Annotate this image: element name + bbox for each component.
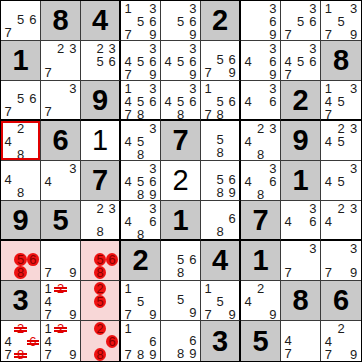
cell-r4c6[interactable]: 58 [201, 121, 241, 161]
candidate-grid: 567 [1, 81, 40, 119]
cell-r8c6[interactable]: 1579 [201, 281, 241, 321]
candidate-6: 6 [226, 212, 238, 225]
candidate-7: 7 [282, 266, 294, 279]
candidate-2: 2 [254, 282, 266, 295]
cell-r6c1[interactable]: 9 [1, 201, 41, 241]
candidate-1: 1 [122, 2, 134, 15]
cell-r5c7[interactable]: 3468 [241, 161, 281, 201]
candidate-7: 7 [2, 348, 14, 361]
candidate-9: 9 [147, 188, 159, 201]
candidate-grid: 2345 [321, 121, 361, 160]
candidate-7: 7 [202, 108, 214, 121]
cell-r3c4[interactable]: 1345678 [121, 81, 161, 121]
candidate-6: 6 [307, 15, 319, 28]
candidate-grid: 34568 [161, 81, 200, 119]
candidate-7: 7 [2, 26, 14, 39]
cell-r8c9[interactable]: 6 [321, 281, 361, 321]
candidate-8: 8 [134, 188, 146, 201]
candidate-grid: 34567 [281, 41, 320, 80]
candidate-grid: 345 [321, 161, 361, 200]
cell-r7c3[interactable]: 568 [81, 241, 121, 281]
candidate-1: 1 [202, 82, 214, 95]
candidate-7: 7 [322, 266, 335, 279]
candidate-grid: 48 [1, 161, 40, 200]
cell-r6c3[interactable]: 238 [81, 201, 121, 241]
candidate-4: 4 [322, 135, 335, 148]
candidate-8: 8 [14, 148, 26, 161]
candidate-grid: 16789 [121, 321, 160, 361]
candidate-9: 9 [347, 266, 360, 279]
candidate-9: 9 [147, 28, 159, 41]
cell-r5c8[interactable]: 1 [281, 161, 321, 201]
given-digit: 2 [201, 1, 239, 40]
candidate-4: 4 [242, 295, 254, 308]
candidate-6: 6 [187, 95, 199, 108]
candidate-6: 6 [27, 335, 39, 348]
candidate-grid: 346 [281, 201, 320, 239]
cell-r8c7[interactable]: 249 [241, 281, 281, 321]
cell-r7c5[interactable]: 568 [161, 241, 201, 281]
candidate-grid: 13457 [321, 81, 361, 119]
cell-r9c4[interactable]: 16789 [121, 321, 161, 361]
candidate-1: 1 [122, 282, 134, 295]
candidate-grid: 237 [41, 41, 80, 80]
cell-r6c7[interactable]: 7 [241, 201, 281, 241]
candidate-8: 8 [174, 266, 186, 279]
candidate-1: 1 [122, 322, 134, 335]
candidate-8: 8 [14, 348, 26, 361]
candidate-4: 4 [2, 173, 14, 186]
candidate-9: 9 [267, 68, 279, 81]
cell-r4c8[interactable]: 9 [281, 121, 321, 161]
candidate-grid: 345679 [121, 41, 160, 80]
cell-r2c4[interactable]: 345679 [121, 41, 161, 81]
cell-r9c3[interactable]: 268 [81, 321, 121, 361]
cell-r1c5[interactable]: 3569 [161, 1, 201, 41]
candidate-6: 6 [147, 215, 159, 228]
candidate-3: 3 [347, 202, 360, 215]
cell-r9c5[interactable]: 689 [161, 321, 201, 361]
candidate-grid: 37 [41, 81, 80, 119]
candidate-6: 6 [106, 253, 118, 266]
candidate-8: 8 [254, 148, 266, 161]
candidate-7: 7 [42, 266, 54, 279]
candidate-7: 7 [202, 66, 214, 79]
candidate-grid: 1579 [121, 281, 160, 320]
candidate-grid: 135679 [121, 1, 160, 40]
cell-r1c6[interactable]: 2 [201, 1, 241, 41]
candidate-6: 6 [307, 215, 319, 228]
candidate-8: 8 [134, 228, 146, 241]
candidate-2: 2 [335, 322, 348, 335]
candidate-7: 7 [202, 308, 214, 321]
cell-r3c7[interactable]: 346 [241, 81, 281, 121]
candidate-grid: 47 [281, 321, 320, 361]
candidate-grid: 2479 [321, 321, 361, 361]
candidate-3: 3 [67, 162, 79, 175]
candidate-7: 7 [122, 108, 134, 121]
candidate-grid: 1345678 [121, 81, 160, 119]
candidate-grid: 234 [321, 201, 361, 239]
given-digit: 4 [81, 1, 119, 40]
given-digit: 5 [41, 201, 80, 239]
cell-r1c2[interactable]: 8 [41, 1, 81, 41]
cell-r5c4[interactable]: 345689 [121, 161, 161, 201]
candidate-6: 6 [27, 253, 39, 266]
candidate-7: 7 [42, 348, 54, 361]
candidate-8: 8 [94, 348, 106, 361]
cell-r8c8[interactable]: 8 [281, 281, 321, 321]
candidate-2: 2 [94, 202, 106, 215]
candidate-grid: 34 [41, 161, 80, 200]
candidate-5: 5 [134, 15, 146, 28]
candidate-4: 4 [122, 175, 134, 188]
given-digit: 2 [281, 81, 320, 119]
candidate-4: 4 [162, 55, 174, 68]
cell-r6c5[interactable]: 1 [161, 201, 201, 241]
candidate-9: 9 [147, 348, 159, 361]
cell-r6c6[interactable]: 68 [201, 201, 241, 241]
candidate-grid: 248 [1, 121, 40, 160]
candidate-4: 4 [42, 175, 54, 188]
candidate-6: 6 [106, 55, 118, 68]
given-digit: 8 [321, 41, 361, 80]
candidate-9: 9 [267, 308, 279, 321]
given-digit: 4 [201, 241, 239, 280]
candidate-5: 5 [94, 55, 106, 68]
candidate-2: 2 [335, 202, 348, 215]
cell-r5c5[interactable]: 2 [161, 161, 201, 201]
candidate-grid: 5689 [201, 161, 239, 200]
candidate-3: 3 [307, 242, 319, 255]
cell-r2c9[interactable]: 8 [321, 41, 361, 81]
candidate-7: 7 [122, 68, 134, 81]
candidate-grid: 268 [81, 321, 119, 361]
candidate-grid: 37 [281, 241, 320, 280]
candidate-grid: 5679 [201, 41, 239, 80]
candidate-5: 5 [335, 95, 348, 108]
candidate-3: 3 [67, 82, 79, 95]
candidate-8: 8 [214, 225, 226, 238]
cell-r9c9[interactable]: 2479 [321, 321, 361, 361]
candidate-8: 8 [134, 348, 146, 361]
candidate-grid: 3567 [281, 1, 320, 40]
sudoku-app: 5678413567935692369356713579123723563456… [0, 0, 362, 362]
candidate-3: 3 [347, 122, 360, 135]
candidate-4: 4 [122, 215, 134, 228]
candidate-grid: 379 [321, 241, 361, 280]
candidate-9: 9 [187, 68, 199, 81]
candidate-grid: 58 [201, 121, 239, 160]
candidate-2: 2 [14, 122, 26, 135]
candidate-6: 6 [106, 335, 118, 348]
cell-r8c4[interactable]: 1579 [121, 281, 161, 321]
candidate-grid: 568 [81, 241, 119, 280]
cell-r9c7[interactable]: 5 [241, 321, 281, 361]
candidate-grid: 238 [81, 201, 119, 239]
candidate-3: 3 [347, 2, 360, 15]
given-digit: 8 [41, 1, 80, 40]
candidate-grid: 568 [1, 241, 40, 280]
candidate-5: 5 [14, 92, 26, 105]
cell-r5c6[interactable]: 5689 [201, 161, 241, 201]
cell-r6c8[interactable]: 346 [281, 201, 321, 241]
cell-r3c3[interactable]: 9 [81, 81, 121, 121]
cell-r2c1[interactable]: 1 [1, 41, 41, 81]
sudoku-board: 5678413567935692369356713579123723563456… [0, 0, 362, 362]
given-digit: 7 [241, 201, 280, 239]
solved-digit: 1 [81, 121, 119, 160]
candidate-grid: 567 [1, 1, 40, 40]
candidate-grid: 12479 [41, 321, 80, 361]
candidate-5: 5 [174, 55, 186, 68]
candidate-8: 8 [174, 108, 186, 121]
candidate-8: 8 [14, 186, 26, 199]
candidate-7: 7 [282, 28, 294, 41]
candidate-2: 2 [54, 282, 66, 295]
candidate-4: 4 [322, 175, 335, 188]
cell-r7c9[interactable]: 379 [321, 241, 361, 281]
candidate-6: 6 [147, 95, 159, 108]
candidate-5: 5 [335, 175, 348, 188]
candidate-9: 9 [267, 28, 279, 41]
candidate-grid: 346 [241, 81, 280, 119]
candidate-8: 8 [214, 186, 226, 199]
candidate-grid: 3569 [161, 1, 200, 40]
candidate-6: 6 [27, 92, 39, 105]
candidate-7: 7 [42, 308, 54, 321]
cell-r2c5[interactable]: 34569 [161, 41, 201, 81]
cell-r1c3[interactable]: 4 [81, 1, 121, 41]
candidate-grid: 568 [161, 241, 200, 280]
candidate-9: 9 [187, 347, 199, 360]
cell-r9c8[interactable]: 47 [281, 321, 321, 361]
candidate-6: 6 [226, 95, 238, 108]
cell-r4c4[interactable]: 3458 [121, 121, 161, 161]
candidate-4: 4 [322, 215, 335, 228]
solved-digit: 2 [161, 161, 200, 200]
candidate-4: 4 [282, 215, 294, 228]
candidate-8: 8 [134, 108, 146, 121]
candidate-2: 2 [14, 322, 26, 335]
cell-r8c2[interactable]: 12479 [41, 281, 81, 321]
candidate-3: 3 [347, 162, 360, 175]
candidate-5: 5 [335, 135, 348, 148]
candidate-5: 5 [14, 13, 26, 26]
candidate-5: 5 [294, 55, 306, 68]
cell-r4c2[interactable]: 6 [41, 121, 81, 161]
candidate-4: 4 [242, 135, 254, 148]
given-digit: 1 [281, 161, 320, 200]
candidate-7: 7 [282, 68, 294, 81]
cell-r5c2[interactable]: 34 [41, 161, 81, 201]
candidate-8: 8 [134, 148, 146, 161]
given-digit: 1 [161, 201, 200, 239]
cell-r2c6[interactable]: 5679 [201, 41, 241, 81]
candidate-grid: 1579 [201, 281, 239, 320]
candidate-3: 3 [106, 202, 118, 215]
candidate-grid: 2356 [81, 41, 119, 80]
candidate-3: 3 [147, 122, 159, 135]
candidate-4: 4 [242, 175, 254, 188]
cell-r5c9[interactable]: 345 [321, 161, 361, 201]
candidate-7: 7 [122, 308, 134, 321]
cell-r3c2[interactable]: 37 [41, 81, 81, 121]
cell-r2c7[interactable]: 3469 [241, 41, 281, 81]
candidate-4: 4 [162, 95, 174, 108]
given-digit: 1 [1, 41, 40, 80]
candidate-7: 7 [322, 108, 335, 121]
candidate-9: 9 [226, 186, 238, 199]
candidate-7: 7 [282, 347, 294, 360]
given-digit: 9 [81, 81, 119, 119]
cell-r1c7[interactable]: 369 [241, 1, 281, 41]
candidate-9: 9 [147, 68, 159, 81]
cell-r7c1[interactable]: 568 [1, 241, 41, 281]
candidate-4: 4 [242, 95, 254, 108]
candidate-4: 4 [2, 135, 14, 148]
candidate-grid: 34569 [161, 41, 200, 80]
candidate-2: 2 [254, 122, 266, 135]
cell-r3c8[interactable]: 2 [281, 81, 321, 121]
candidate-5: 5 [174, 293, 186, 306]
candidate-8: 8 [214, 108, 226, 121]
candidate-6: 6 [307, 55, 319, 68]
candidate-3: 3 [347, 82, 360, 95]
candidate-7: 7 [322, 348, 335, 361]
candidate-2: 2 [94, 322, 106, 335]
cell-r3c6[interactable]: 15678 [201, 81, 241, 121]
cell-r6c2[interactable]: 5 [41, 201, 81, 241]
cell-r4c5[interactable]: 7 [161, 121, 201, 161]
given-digit: 1 [241, 241, 280, 280]
candidate-grid: 12479 [41, 281, 80, 320]
cell-r7c2[interactable]: 79 [41, 241, 81, 281]
cell-r8c5[interactable]: 59 [161, 281, 201, 321]
cell-r7c4[interactable]: 2 [121, 241, 161, 281]
candidate-grid: 2348 [241, 121, 280, 160]
candidate-9: 9 [187, 306, 199, 319]
candidate-5: 5 [134, 295, 146, 308]
candidate-5: 5 [294, 15, 306, 28]
candidate-5: 5 [335, 15, 348, 28]
cell-r7c6[interactable]: 4 [201, 241, 241, 281]
candidate-7: 7 [322, 28, 335, 41]
candidate-6: 6 [27, 13, 39, 26]
given-digit: 5 [241, 321, 280, 361]
candidate-3: 3 [267, 122, 279, 135]
cell-r1c4[interactable]: 135679 [121, 1, 161, 41]
candidate-grid: 15678 [201, 81, 239, 119]
candidate-3: 3 [67, 42, 79, 55]
candidate-grid: 24678 [1, 321, 40, 361]
cell-r4c7[interactable]: 2348 [241, 121, 281, 161]
cell-r9c2[interactable]: 12479 [41, 321, 81, 361]
cell-r5c1[interactable]: 48 [1, 161, 41, 201]
candidate-8: 8 [94, 225, 106, 238]
candidate-9: 9 [147, 308, 159, 321]
candidate-3: 3 [347, 242, 360, 255]
candidate-grid: 3468 [121, 201, 160, 239]
given-digit: 2 [121, 241, 160, 280]
candidate-5: 5 [174, 15, 186, 28]
cell-r3c1[interactable]: 567 [1, 81, 41, 121]
given-digit: 7 [81, 161, 119, 200]
cell-r2c3[interactable]: 2356 [81, 41, 121, 81]
cell-r3c5[interactable]: 34568 [161, 81, 201, 121]
cell-r7c8[interactable]: 37 [281, 241, 321, 281]
candidate-grid: 689 [161, 321, 200, 361]
candidate-7: 7 [42, 66, 54, 79]
cell-r6c9[interactable]: 234 [321, 201, 361, 241]
candidate-2: 2 [54, 322, 66, 335]
cell-r6c4[interactable]: 3468 [121, 201, 161, 241]
given-digit: 3 [1, 281, 40, 320]
given-digit: 7 [161, 121, 200, 160]
cell-r1c1[interactable]: 567 [1, 1, 41, 41]
candidate-7: 7 [42, 105, 54, 118]
candidate-grid: 345689 [121, 161, 160, 200]
candidate-8: 8 [214, 146, 226, 159]
cell-r4c1[interactable]: 248 [1, 121, 41, 161]
candidate-5: 5 [214, 53, 226, 66]
candidate-grid: 59 [161, 281, 200, 320]
candidate-9: 9 [347, 28, 360, 41]
cell-r1c9[interactable]: 13579 [321, 1, 361, 41]
candidate-9: 9 [226, 308, 238, 321]
candidate-8: 8 [174, 347, 186, 360]
candidate-9: 9 [67, 266, 79, 279]
candidate-8: 8 [94, 266, 106, 279]
candidate-9: 9 [226, 66, 238, 79]
given-digit: 3 [201, 321, 239, 361]
candidate-9: 9 [67, 348, 79, 361]
candidate-5: 5 [134, 55, 146, 68]
candidate-grid: 3468 [241, 161, 280, 200]
cell-r2c2[interactable]: 237 [41, 41, 81, 81]
cell-r4c3[interactable]: 1 [81, 121, 121, 161]
candidate-7: 7 [2, 105, 14, 118]
candidate-grid: 3469 [241, 41, 280, 80]
candidate-8: 8 [14, 266, 26, 279]
cell-r3c9[interactable]: 13457 [321, 81, 361, 121]
candidate-7: 7 [122, 28, 134, 41]
candidate-9: 9 [187, 28, 199, 41]
given-digit: 9 [1, 201, 40, 239]
candidate-7: 7 [122, 348, 134, 361]
cell-r9c1[interactable]: 24678 [1, 321, 41, 361]
given-digit: 9 [281, 121, 320, 160]
cell-r8c3[interactable]: 25 [81, 281, 121, 321]
candidate-6: 6 [267, 175, 279, 188]
candidate-grid: 3458 [121, 121, 160, 160]
candidate-4: 4 [242, 55, 254, 68]
cell-r2c8[interactable]: 34567 [281, 41, 321, 81]
cell-r7c7[interactable]: 1 [241, 241, 281, 281]
candidate-6: 6 [267, 95, 279, 108]
candidate-9: 9 [67, 308, 79, 321]
candidate-grid: 13579 [321, 1, 361, 40]
cell-r9c6[interactable]: 3 [201, 321, 241, 361]
candidate-1: 1 [322, 2, 335, 15]
cell-r1c8[interactable]: 3567 [281, 1, 321, 41]
candidate-4: 4 [122, 135, 134, 148]
cell-r8c1[interactable]: 3 [1, 281, 41, 321]
cell-r5c3[interactable]: 7 [81, 161, 121, 201]
candidate-1: 1 [202, 282, 214, 295]
candidate-grid: 249 [241, 281, 280, 320]
cell-r4c9[interactable]: 2345 [321, 121, 361, 161]
